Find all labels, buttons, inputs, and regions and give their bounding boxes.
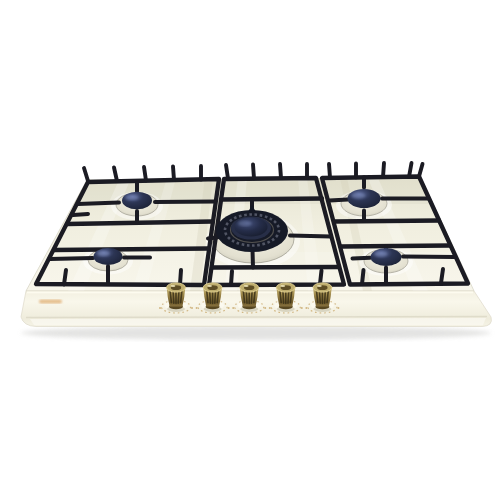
front-panel-crease [26,317,487,318]
burner-cap-rear-left [122,192,152,210]
product-photo-canvas: Five-burner built-in gas hob, ivory enam… [0,0,500,500]
burner-cap-rear-right [348,189,381,208]
front-panel-lip-sheen [30,318,486,325]
under-shadow [21,326,491,340]
burner-cap-front-left [94,248,123,265]
wok-cap [235,218,268,237]
brand-mark [39,300,62,304]
gas-cooktop [21,163,491,340]
burner-cap-front-right [371,248,402,266]
